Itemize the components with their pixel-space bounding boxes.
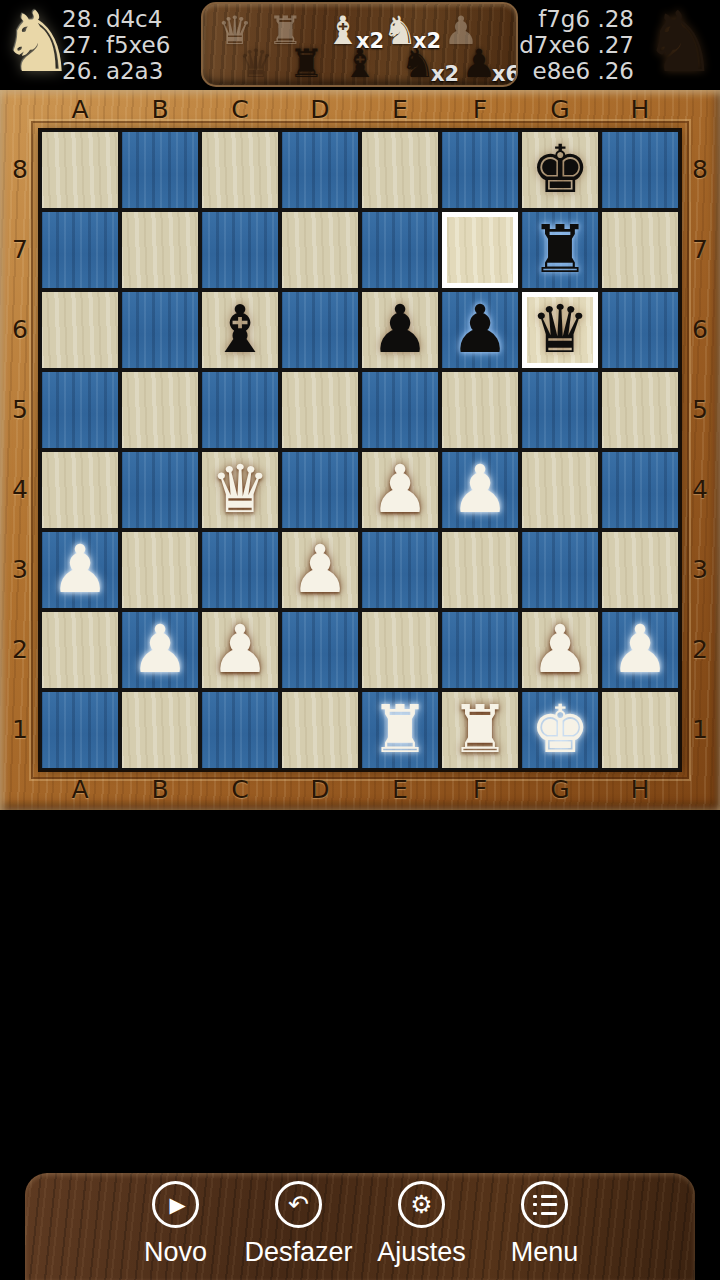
captured-black-queen: ♛ bbox=[239, 44, 274, 83]
black-king-g8[interactable]: ♚ bbox=[530, 131, 589, 209]
square-e7[interactable] bbox=[360, 210, 440, 290]
square-e6[interactable]: ♟ bbox=[360, 290, 440, 370]
new-game-button[interactable]: ▶ Novo bbox=[114, 1181, 237, 1267]
square-a7[interactable] bbox=[40, 210, 120, 290]
move-entry: 26. a2a3 bbox=[62, 58, 170, 84]
square-e8[interactable] bbox=[360, 130, 440, 210]
square-d2[interactable] bbox=[280, 610, 360, 690]
square-a3[interactable]: ♟ bbox=[40, 530, 120, 610]
rank-label-4: 4 bbox=[0, 450, 40, 530]
file-label-d: D bbox=[280, 90, 360, 130]
square-c8[interactable] bbox=[200, 130, 280, 210]
square-g3[interactable] bbox=[520, 530, 600, 610]
square-h8[interactable] bbox=[600, 130, 680, 210]
square-g8[interactable]: ♚ bbox=[520, 130, 600, 210]
white-queen-c4[interactable]: ♛ bbox=[210, 451, 269, 529]
undo-icon: ↶ bbox=[275, 1181, 322, 1228]
square-f3[interactable] bbox=[440, 530, 520, 610]
square-g6[interactable]: ♛ bbox=[520, 290, 600, 370]
captured-black-rook: ♜ bbox=[289, 44, 324, 83]
board-wooden-frame: ♚♜♝♟♟♛♛♟♟♟♟♟♟♟♟♜♜♚ AABBCCDDEEFFGGHH88776… bbox=[0, 90, 720, 810]
square-b5[interactable] bbox=[120, 370, 200, 450]
file-label-b: B bbox=[120, 90, 200, 130]
square-a1[interactable] bbox=[40, 690, 120, 770]
square-b3[interactable] bbox=[120, 530, 200, 610]
rank-label-1: 1 bbox=[0, 690, 40, 770]
new-game-label: Novo bbox=[144, 1237, 207, 1267]
captured-count-black-knight: x2 bbox=[431, 62, 459, 86]
undo-glyph: ↶ bbox=[288, 1192, 309, 1217]
square-g1[interactable]: ♚ bbox=[520, 690, 600, 770]
rank-label-1: 1 bbox=[680, 690, 720, 770]
file-label-d: D bbox=[280, 770, 360, 810]
play-glyph: ▶ bbox=[169, 1192, 185, 1217]
square-d1[interactable] bbox=[280, 690, 360, 770]
square-e2[interactable] bbox=[360, 610, 440, 690]
file-label-e: E bbox=[360, 90, 440, 130]
file-label-g: G bbox=[520, 770, 600, 810]
square-g2[interactable]: ♟ bbox=[520, 610, 600, 690]
square-e1[interactable]: ♜ bbox=[360, 690, 440, 770]
chess-board: ♚♜♝♟♟♛♛♟♟♟♟♟♟♟♟♜♜♚ bbox=[40, 130, 680, 770]
square-a8[interactable] bbox=[40, 130, 120, 210]
file-label-a: A bbox=[40, 90, 120, 130]
gear-icon: ⚙ bbox=[398, 1181, 445, 1228]
undo-label: Desfazer bbox=[244, 1237, 352, 1267]
file-label-b: B bbox=[120, 770, 200, 810]
square-d4[interactable] bbox=[280, 450, 360, 530]
white-pawn-a3[interactable]: ♟ bbox=[50, 531, 109, 609]
move-entry: 28. d4c4 bbox=[62, 6, 170, 32]
square-b7[interactable] bbox=[120, 210, 200, 290]
rank-label-5: 5 bbox=[0, 370, 40, 450]
square-d8[interactable] bbox=[280, 130, 360, 210]
square-b6[interactable] bbox=[120, 290, 200, 370]
square-e5[interactable] bbox=[360, 370, 440, 450]
white-rook-f1[interactable]: ♜ bbox=[450, 691, 509, 769]
white-move-history: 28. d4c4 27. f5xe6 26. a2a3 bbox=[62, 6, 170, 84]
undo-button[interactable]: ↶ Desfazer bbox=[237, 1181, 360, 1267]
square-h2[interactable]: ♟ bbox=[600, 610, 680, 690]
settings-label: Ajustes bbox=[377, 1237, 466, 1267]
square-f6[interactable]: ♟ bbox=[440, 290, 520, 370]
file-label-g: G bbox=[520, 90, 600, 130]
white-pawn-c2[interactable]: ♟ bbox=[210, 611, 269, 689]
file-label-h: H bbox=[600, 770, 680, 810]
captured-count-black-pawn: x6 bbox=[492, 62, 518, 86]
square-h3[interactable] bbox=[600, 530, 680, 610]
settings-button[interactable]: ⚙ Ajustes bbox=[360, 1181, 483, 1267]
file-label-f: F bbox=[440, 90, 520, 130]
file-label-f: F bbox=[440, 770, 520, 810]
black-bishop-c6[interactable]: ♝ bbox=[210, 291, 269, 369]
file-label-a: A bbox=[40, 770, 120, 810]
white-pawn-g2[interactable]: ♟ bbox=[530, 611, 589, 689]
black-player-knight-icon: ♞ bbox=[643, 0, 718, 86]
rank-label-8: 8 bbox=[0, 130, 40, 210]
move-entry: e8e6 .26 bbox=[519, 58, 634, 84]
square-h4[interactable] bbox=[600, 450, 680, 530]
black-move-history: f7g6 .28 d7xe6 .27 e8e6 .26 bbox=[519, 6, 634, 84]
black-pawn-f6[interactable]: ♟ bbox=[450, 291, 509, 369]
square-d7[interactable] bbox=[280, 210, 360, 290]
rank-label-8: 8 bbox=[680, 130, 720, 210]
chess-app-screen: ♞ 28. d4c4 27. f5xe6 26. a2a3 ♛♜♝x2♞x2♟♛… bbox=[0, 0, 720, 1280]
captured-pieces-tray: ♛♜♝x2♞x2♟♛♜♝♞x2♟x6 bbox=[201, 2, 518, 87]
file-label-c: C bbox=[200, 90, 280, 130]
captured-black-bishop: ♝ bbox=[343, 44, 378, 83]
bottom-toolbar: ▶ Novo ↶ Desfazer ⚙ Ajustes Menu bbox=[25, 1173, 695, 1280]
square-f8[interactable] bbox=[440, 130, 520, 210]
square-d6[interactable] bbox=[280, 290, 360, 370]
square-h5[interactable] bbox=[600, 370, 680, 450]
square-f2[interactable] bbox=[440, 610, 520, 690]
square-f4[interactable]: ♟ bbox=[440, 450, 520, 530]
rank-label-3: 3 bbox=[680, 530, 720, 610]
square-d5[interactable] bbox=[280, 370, 360, 450]
black-queen-g6[interactable]: ♛ bbox=[530, 291, 589, 369]
square-h6[interactable] bbox=[600, 290, 680, 370]
square-c1[interactable] bbox=[200, 690, 280, 770]
square-c2[interactable]: ♟ bbox=[200, 610, 280, 690]
square-c7[interactable] bbox=[200, 210, 280, 290]
square-g7[interactable]: ♜ bbox=[520, 210, 600, 290]
play-icon: ▶ bbox=[152, 1181, 199, 1228]
rank-label-4: 4 bbox=[680, 450, 720, 530]
square-b8[interactable] bbox=[120, 130, 200, 210]
rank-label-2: 2 bbox=[0, 610, 40, 690]
rank-label-2: 2 bbox=[680, 610, 720, 690]
square-c6[interactable]: ♝ bbox=[200, 290, 280, 370]
square-a6[interactable] bbox=[40, 290, 120, 370]
square-d3[interactable]: ♟ bbox=[280, 530, 360, 610]
square-a5[interactable] bbox=[40, 370, 120, 450]
square-h1[interactable] bbox=[600, 690, 680, 770]
white-pawn-f4[interactable]: ♟ bbox=[450, 451, 509, 529]
rank-label-3: 3 bbox=[0, 530, 40, 610]
square-h7[interactable] bbox=[600, 210, 680, 290]
white-pawn-h2[interactable]: ♟ bbox=[610, 611, 669, 689]
gear-glyph: ⚙ bbox=[410, 1192, 432, 1217]
white-rook-e1[interactable]: ♜ bbox=[370, 691, 429, 769]
square-c3[interactable] bbox=[200, 530, 280, 610]
square-f1[interactable]: ♜ bbox=[440, 690, 520, 770]
black-rook-g7[interactable]: ♜ bbox=[530, 211, 589, 289]
square-b4[interactable] bbox=[120, 450, 200, 530]
rank-label-7: 7 bbox=[0, 210, 40, 290]
square-g4[interactable] bbox=[520, 450, 600, 530]
file-label-h: H bbox=[600, 90, 680, 130]
rank-label-7: 7 bbox=[680, 210, 720, 290]
move-entry: f7g6 .28 bbox=[519, 6, 634, 32]
file-label-e: E bbox=[360, 770, 440, 810]
square-f7[interactable] bbox=[440, 210, 520, 290]
move-entry: d7xe6 .27 bbox=[519, 32, 634, 58]
white-pawn-e4[interactable]: ♟ bbox=[370, 451, 429, 529]
white-king-g1[interactable]: ♚ bbox=[530, 691, 589, 769]
top-status-bar: ♞ 28. d4c4 27. f5xe6 26. a2a3 ♛♜♝x2♞x2♟♛… bbox=[0, 0, 720, 90]
file-label-c: C bbox=[200, 770, 280, 810]
menu-button[interactable]: Menu bbox=[483, 1181, 606, 1267]
white-pawn-b2[interactable]: ♟ bbox=[130, 611, 189, 689]
menu-icon bbox=[521, 1181, 568, 1228]
square-e3[interactable] bbox=[360, 530, 440, 610]
square-c5[interactable] bbox=[200, 370, 280, 450]
square-b2[interactable]: ♟ bbox=[120, 610, 200, 690]
move-entry: 27. f5xe6 bbox=[62, 32, 170, 58]
black-pawn-e6[interactable]: ♟ bbox=[370, 291, 429, 369]
square-g5[interactable] bbox=[520, 370, 600, 450]
square-c4[interactable]: ♛ bbox=[200, 450, 280, 530]
rank-label-6: 6 bbox=[0, 290, 40, 370]
square-f5[interactable] bbox=[440, 370, 520, 450]
square-b1[interactable] bbox=[120, 690, 200, 770]
square-a4[interactable] bbox=[40, 450, 120, 530]
rank-label-5: 5 bbox=[680, 370, 720, 450]
white-pawn-d3[interactable]: ♟ bbox=[290, 531, 349, 609]
square-a2[interactable] bbox=[40, 610, 120, 690]
rank-label-6: 6 bbox=[680, 290, 720, 370]
square-e4[interactable]: ♟ bbox=[360, 450, 440, 530]
menu-label: Menu bbox=[511, 1237, 579, 1267]
list-lines-glyph bbox=[533, 1195, 557, 1215]
